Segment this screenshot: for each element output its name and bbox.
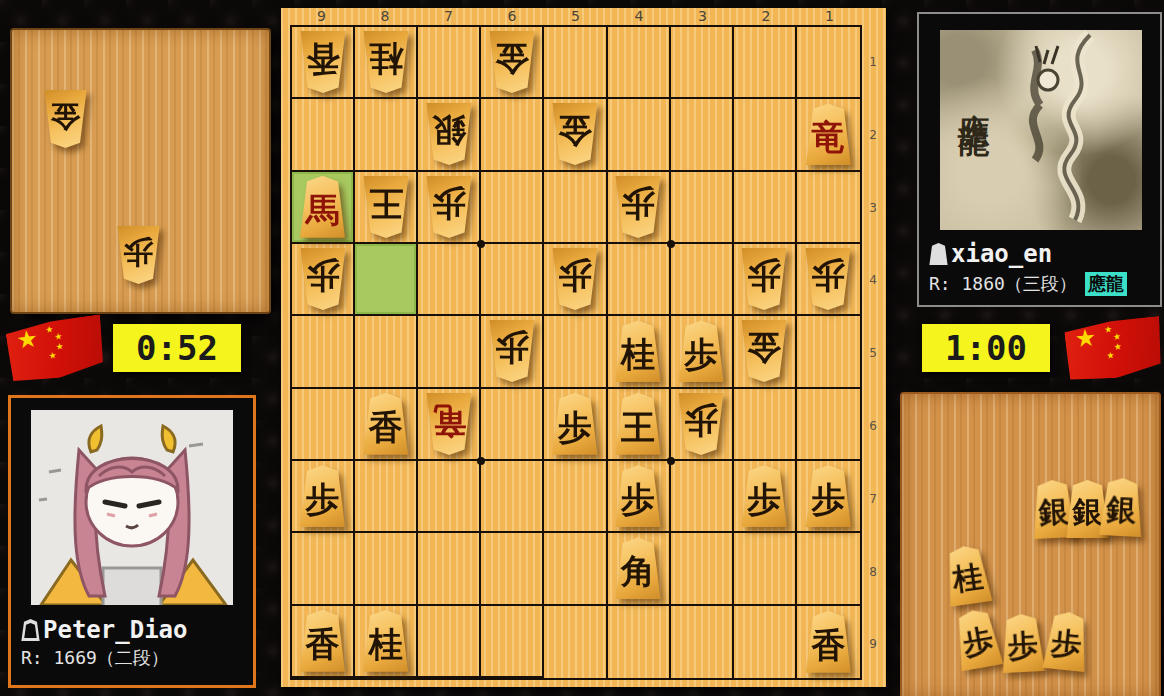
piece-kanji: 金 xyxy=(495,42,529,76)
piece-kanji: 歩 xyxy=(558,259,592,293)
piece-kanji: 香 xyxy=(306,627,340,661)
square-92[interactable] xyxy=(292,99,355,171)
piece-kanji: 桂 xyxy=(369,42,403,76)
square-54[interactable]: 歩 xyxy=(544,244,607,316)
piece-銀-sente[interactable]: 銀 xyxy=(1097,477,1147,537)
sente-avatar-anime-girl xyxy=(31,410,233,605)
piece-金-gote[interactable]: 金 xyxy=(739,320,789,382)
square-28[interactable] xyxy=(734,533,797,605)
square-41[interactable] xyxy=(608,27,671,99)
gote-player-panel: 應龍 xiao_en R: 1860（三段） 應龍 xyxy=(917,12,1162,307)
piece-銀-gote[interactable]: 銀 xyxy=(424,103,474,165)
piece-kanji: 金 xyxy=(558,114,592,148)
gote-piece-mark-icon xyxy=(929,243,948,265)
piece-kanji: 歩 xyxy=(558,410,592,444)
piece-kanji: 桂 xyxy=(369,627,403,661)
square-89[interactable]: 桂 xyxy=(355,606,418,678)
gote-avatar-dragon-ink: 應龍 xyxy=(940,30,1142,230)
piece-kanji: 香 xyxy=(369,410,403,444)
rank-label-8: 8 xyxy=(863,565,883,579)
file-label-7: 7 xyxy=(417,8,480,24)
piece-歩-gote[interactable]: 歩 xyxy=(676,393,726,455)
square-42[interactable] xyxy=(608,99,671,171)
piece-kanji: 銀 xyxy=(1106,494,1138,526)
gote-clock: 1:00 xyxy=(922,324,1050,372)
square-68[interactable] xyxy=(481,533,544,605)
piece-kanji: 歩 xyxy=(811,482,845,516)
piece-歩-gote[interactable]: 歩 xyxy=(739,248,789,310)
piece-金-gote[interactable]: 金 xyxy=(487,31,537,93)
file-label-9: 9 xyxy=(290,8,353,24)
piece-kanji: 歩 xyxy=(747,482,781,516)
square-79[interactable] xyxy=(418,606,481,678)
file-label-2: 2 xyxy=(735,8,798,24)
piece-kanji: 歩 xyxy=(1050,627,1083,660)
gote-captured-tray: 金歩 xyxy=(10,28,271,314)
square-69[interactable] xyxy=(481,606,544,678)
piece-kanji: 歩 xyxy=(432,187,466,221)
dragon-calligraphy: 應龍 xyxy=(952,88,996,108)
gote-player-rating-row: R: 1860（三段） 應龍 xyxy=(929,272,1127,296)
piece-歩-gote[interactable]: 歩 xyxy=(550,248,600,310)
piece-kanji: 王 xyxy=(369,187,403,221)
sente-captured-tray: 銀銀銀桂歩歩歩 xyxy=(900,392,1161,696)
square-76[interactable]: 竜 xyxy=(418,389,481,461)
piece-kanji: 歩 xyxy=(1007,630,1039,662)
square-55[interactable] xyxy=(544,316,607,388)
flag-small-star: ★ xyxy=(55,341,64,352)
sente-clock: 0:52 xyxy=(113,324,241,372)
flag-small-star: ★ xyxy=(48,350,57,361)
square-63[interactable] xyxy=(481,172,544,244)
square-65[interactable]: 歩 xyxy=(481,316,544,388)
piece-香-sente[interactable]: 香 xyxy=(298,610,348,672)
flag-small-star: ★ xyxy=(1113,341,1122,352)
square-23[interactable] xyxy=(734,172,797,244)
piece-kanji: 金 xyxy=(51,101,81,131)
square-94[interactable]: 歩 xyxy=(292,244,355,316)
piece-kanji: 香 xyxy=(811,628,845,662)
square-77[interactable] xyxy=(418,461,481,533)
piece-桂-sente[interactable]: 桂 xyxy=(613,320,663,382)
board-star-point xyxy=(477,240,485,248)
square-57[interactable] xyxy=(544,461,607,533)
square-34[interactable] xyxy=(671,244,734,316)
square-32[interactable] xyxy=(671,99,734,171)
piece-kanji: 歩 xyxy=(961,625,996,660)
square-33[interactable] xyxy=(671,172,734,244)
piece-kanji: 竜 xyxy=(432,404,466,438)
piece-kanji: 桂 xyxy=(621,337,655,371)
square-75[interactable] xyxy=(418,316,481,388)
square-46[interactable]: 王 xyxy=(608,389,671,461)
square-85[interactable] xyxy=(355,316,418,388)
flag-big-star: ★ xyxy=(1074,324,1098,354)
file-label-4: 4 xyxy=(608,8,671,24)
square-82[interactable] xyxy=(355,99,418,171)
square-58[interactable] xyxy=(544,533,607,605)
piece-馬-sente[interactable]: 馬 xyxy=(298,176,348,238)
piece-歩-sente[interactable]: 歩 xyxy=(739,465,789,527)
square-67[interactable] xyxy=(481,461,544,533)
square-22[interactable] xyxy=(734,99,797,171)
square-39[interactable] xyxy=(671,606,734,678)
square-59[interactable] xyxy=(544,606,607,678)
rank-label-4: 4 xyxy=(863,273,883,287)
square-71[interactable] xyxy=(418,27,481,99)
rank-label-9: 9 xyxy=(863,637,883,651)
square-19[interactable]: 香 xyxy=(797,606,860,678)
china-flag-right: ★ ★ ★ ★ ★ xyxy=(1063,312,1164,388)
sente-rating: R: 1669（二段） xyxy=(21,646,169,670)
dragon-art xyxy=(940,30,1142,230)
sente-player-name-row: Peter_Diao xyxy=(21,616,188,644)
piece-kanji: 歩 xyxy=(621,187,655,221)
piece-kanji: 歩 xyxy=(684,337,718,371)
piece-竜-sente[interactable]: 竜 xyxy=(803,103,853,165)
china-flag-left: ★ ★ ★ ★ ★ xyxy=(4,310,108,389)
flag-big-star: ★ xyxy=(15,324,40,354)
square-51[interactable] xyxy=(544,27,607,99)
square-88[interactable] xyxy=(355,533,418,605)
square-13[interactable] xyxy=(797,172,860,244)
piece-歩-sente[interactable]: 歩 xyxy=(676,320,726,382)
rank-label-3: 3 xyxy=(863,201,883,215)
square-66[interactable] xyxy=(481,389,544,461)
gote-player-name-row: xiao_en xyxy=(929,240,1052,268)
square-98[interactable] xyxy=(292,533,355,605)
flag-small-star: ★ xyxy=(45,324,54,335)
piece-kanji: 歩 xyxy=(495,331,529,365)
piece-kanji: 角 xyxy=(621,554,655,588)
piece-歩-sente[interactable]: 歩 xyxy=(1040,610,1093,673)
rank-label-6: 6 xyxy=(863,419,883,433)
piece-kanji: 銀 xyxy=(432,114,466,148)
square-36[interactable]: 歩 xyxy=(671,389,734,461)
rank-label-7: 7 xyxy=(863,492,883,506)
square-37[interactable] xyxy=(671,461,734,533)
square-73[interactable]: 歩 xyxy=(418,172,481,244)
square-47[interactable]: 歩 xyxy=(608,461,671,533)
square-38[interactable] xyxy=(671,533,734,605)
file-label-6: 6 xyxy=(481,8,544,24)
piece-香-gote[interactable]: 香 xyxy=(298,31,348,93)
square-91[interactable]: 香 xyxy=(292,27,355,99)
square-87[interactable] xyxy=(355,461,418,533)
piece-歩-gote[interactable]: 歩 xyxy=(613,176,663,238)
square-48[interactable]: 角 xyxy=(608,533,671,605)
piece-王-sente[interactable]: 王 xyxy=(613,393,663,455)
piece-kanji: 歩 xyxy=(811,259,845,293)
flag-small-star: ★ xyxy=(1106,350,1115,361)
square-26[interactable] xyxy=(734,389,797,461)
piece-kanji: 歩 xyxy=(684,404,718,438)
piece-王-gote[interactable]: 王 xyxy=(361,176,411,238)
square-96[interactable] xyxy=(292,389,355,461)
square-44[interactable] xyxy=(608,244,671,316)
square-35[interactable]: 歩 xyxy=(671,316,734,388)
square-62[interactable] xyxy=(481,99,544,171)
square-12[interactable]: 竜 xyxy=(797,99,860,171)
board-star-point xyxy=(667,457,675,465)
board-star-point xyxy=(477,457,485,465)
piece-kanji: 歩 xyxy=(306,482,340,516)
piece-kanji: 歩 xyxy=(747,259,781,293)
gote-player-name: xiao_en xyxy=(951,240,1052,268)
piece-角-sente[interactable]: 角 xyxy=(613,537,663,599)
square-24[interactable]: 歩 xyxy=(734,244,797,316)
flag-small-star: ★ xyxy=(1104,324,1113,335)
sente-piece-mark-icon xyxy=(21,619,40,641)
gote-rating: R: 1860（三段） xyxy=(929,272,1077,296)
piece-kanji: 金 xyxy=(747,331,781,365)
square-78[interactable] xyxy=(418,533,481,605)
rank-label-2: 2 xyxy=(863,128,883,142)
board-star-point xyxy=(667,240,675,248)
square-21[interactable] xyxy=(734,27,797,99)
square-15[interactable] xyxy=(797,316,860,388)
sente-player-panel: Peter_Diao R: 1669（二段） xyxy=(8,395,256,688)
square-27[interactable]: 歩 xyxy=(734,461,797,533)
piece-歩-gote[interactable]: 歩 xyxy=(487,320,537,382)
rank-label-1: 1 xyxy=(863,55,883,69)
piece-歩-sente[interactable]: 歩 xyxy=(298,465,348,527)
piece-歩-sente[interactable]: 歩 xyxy=(613,465,663,527)
square-81[interactable]: 桂 xyxy=(355,27,418,99)
piece-歩-sente[interactable]: 歩 xyxy=(550,393,600,455)
piece-kanji: 歩 xyxy=(621,482,655,516)
square-97[interactable]: 歩 xyxy=(292,461,355,533)
piece-歩-gote[interactable]: 歩 xyxy=(115,226,162,284)
square-11[interactable] xyxy=(797,27,860,99)
square-99[interactable]: 香 xyxy=(292,606,355,678)
file-label-3: 3 xyxy=(671,8,734,24)
square-56[interactable]: 歩 xyxy=(544,389,607,461)
square-93[interactable]: 馬 xyxy=(292,172,355,244)
rank-label-5: 5 xyxy=(863,346,883,360)
sente-player-name: Peter_Diao xyxy=(43,616,188,644)
piece-kanji: 香 xyxy=(306,42,340,76)
square-49[interactable] xyxy=(608,606,671,678)
piece-桂-sente[interactable]: 桂 xyxy=(361,610,411,672)
square-86[interactable]: 香 xyxy=(355,389,418,461)
square-84[interactable] xyxy=(355,244,418,316)
shogi-board: 987654321 香桂金銀金竜馬王歩歩歩歩歩歩歩桂歩金香竜歩王歩歩歩歩歩角香桂… xyxy=(281,8,886,687)
piece-香-sente[interactable]: 香 xyxy=(361,393,411,455)
square-31[interactable] xyxy=(671,27,734,99)
file-label-8: 8 xyxy=(354,8,417,24)
piece-桂-sente[interactable]: 桂 xyxy=(940,543,995,607)
square-61[interactable]: 金 xyxy=(481,27,544,99)
square-53[interactable] xyxy=(544,172,607,244)
square-52[interactable]: 金 xyxy=(544,99,607,171)
piece-竜-gote[interactable]: 竜 xyxy=(424,393,474,455)
girl-art xyxy=(31,410,233,605)
square-16[interactable] xyxy=(797,389,860,461)
piece-kanji: 歩 xyxy=(306,259,340,293)
sente-player-rating-row: R: 1669（二段） xyxy=(21,646,169,670)
piece-桂-gote[interactable]: 桂 xyxy=(361,31,411,93)
gote-title-badge: 應龍 xyxy=(1085,272,1127,296)
board-grid: 香桂金銀金竜馬王歩歩歩歩歩歩歩桂歩金香竜歩王歩歩歩歩歩角香桂香 xyxy=(290,25,862,680)
square-29[interactable] xyxy=(734,606,797,678)
piece-香-sente[interactable]: 香 xyxy=(803,611,853,673)
square-64[interactable] xyxy=(481,244,544,316)
piece-歩-gote[interactable]: 歩 xyxy=(298,248,348,310)
piece-kanji: 竜 xyxy=(811,120,845,154)
square-72[interactable]: 銀 xyxy=(418,99,481,171)
piece-kanji: 王 xyxy=(621,410,655,444)
piece-kanji: 馬 xyxy=(306,193,340,227)
square-17[interactable]: 歩 xyxy=(797,461,860,533)
square-83[interactable]: 王 xyxy=(355,172,418,244)
square-95[interactable] xyxy=(292,316,355,388)
square-25[interactable]: 金 xyxy=(734,316,797,388)
piece-歩-gote[interactable]: 歩 xyxy=(803,248,853,310)
square-43[interactable]: 歩 xyxy=(608,172,671,244)
piece-金-gote[interactable]: 金 xyxy=(42,90,89,148)
square-74[interactable] xyxy=(418,244,481,316)
piece-kanji: 歩 xyxy=(124,237,154,267)
square-45[interactable]: 桂 xyxy=(608,316,671,388)
square-18[interactable] xyxy=(797,533,860,605)
piece-kanji: 桂 xyxy=(951,561,985,595)
piece-歩-sente[interactable]: 歩 xyxy=(803,465,853,527)
piece-歩-gote[interactable]: 歩 xyxy=(424,176,474,238)
square-14[interactable]: 歩 xyxy=(797,244,860,316)
file-label-5: 5 xyxy=(544,8,607,24)
file-label-1: 1 xyxy=(798,8,861,24)
piece-金-gote[interactable]: 金 xyxy=(550,103,600,165)
